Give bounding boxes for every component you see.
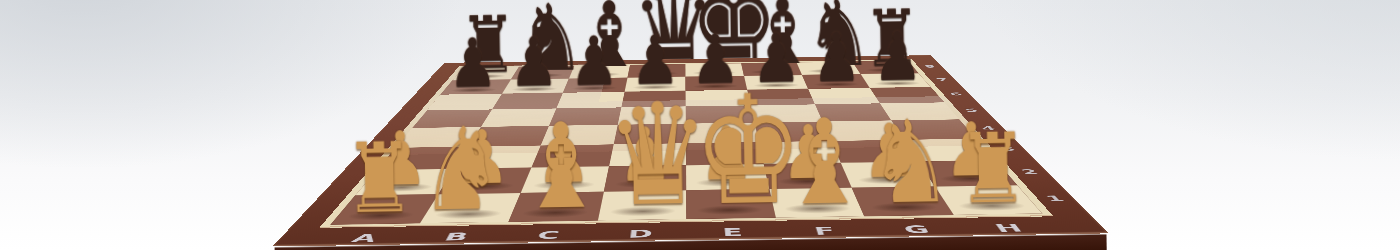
piece-white-queen-d1[interactable]: ♛ <box>605 97 679 213</box>
chess-board: ♜♞♝♛♚♝♞♜♟♟♟♟♟♟♟♟♟♟♟♟♟♟♟♟♜♞♝♛♚♝♞♜ ABCDEFG… <box>273 55 1109 246</box>
file-label-a: A <box>313 231 414 245</box>
square-d1[interactable]: ♛ <box>597 190 686 220</box>
file-label-e: E <box>686 225 779 239</box>
square-c1[interactable]: ♝ <box>508 192 603 222</box>
file-label-g: G <box>868 223 967 237</box>
square-g7[interactable]: ♟ <box>802 74 869 89</box>
file-label-d: D <box>593 227 686 241</box>
square-b7[interactable]: ♟ <box>502 79 569 94</box>
board-scene: ♜♞♝♛♚♝♞♜♟♟♟♟♟♟♟♟♟♟♟♟♟♟♟♟♜♞♝♛♚♝♞♜ ABCDEFG… <box>259 0 1108 250</box>
chess-board-photo: ♜♞♝♛♚♝♞♜♟♟♟♟♟♟♟♟♟♟♟♟♟♟♟♟♜♞♝♛♚♝♞♜ ABCDEFG… <box>0 0 1400 250</box>
piece-white-king-e1[interactable]: ♚ <box>692 88 766 212</box>
square-e1[interactable]: ♚ <box>686 189 775 219</box>
piece-white-bishop-c1[interactable]: ♝ <box>518 118 591 215</box>
square-b1[interactable]: ♞ <box>419 193 520 223</box>
piece-black-pawn-g7[interactable]: ♟ <box>811 30 862 86</box>
piece-white-rook-h1[interactable]: ♜ <box>956 128 1029 208</box>
file-label-f: F <box>777 224 873 238</box>
square-h7[interactable]: ♟ <box>860 73 930 88</box>
piece-white-rook-a1[interactable]: ♜ <box>343 138 416 218</box>
piece-white-knight-b1[interactable]: ♞ <box>430 122 503 217</box>
file-label-h: H <box>958 221 1059 235</box>
piece-white-bishop-f1[interactable]: ♝ <box>780 114 853 211</box>
square-a7[interactable]: ♟ <box>440 80 510 95</box>
square-f1[interactable]: ♝ <box>769 188 864 218</box>
piece-black-pawn-a7[interactable]: ♟ <box>448 35 499 91</box>
piece-black-pawn-b7[interactable]: ♟ <box>508 34 559 90</box>
piece-white-knight-g1[interactable]: ♞ <box>868 115 941 210</box>
file-label-b: B <box>407 230 506 244</box>
file-label-c: C <box>500 228 596 242</box>
piece-black-pawn-h7[interactable]: ♟ <box>872 29 923 85</box>
